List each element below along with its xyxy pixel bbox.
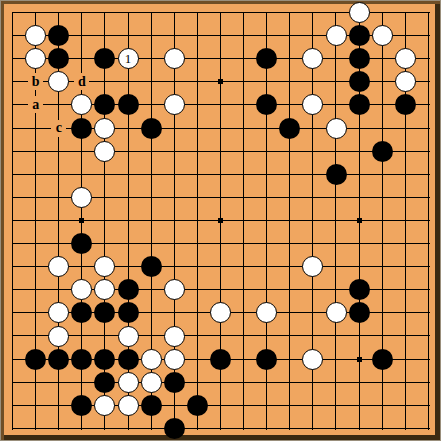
black-stone — [349, 71, 370, 92]
white-stone — [164, 48, 185, 69]
white-stone — [164, 349, 185, 370]
white-stone — [372, 25, 393, 46]
black-stone — [71, 302, 92, 323]
black-stone — [395, 94, 416, 115]
board-cells: 1bdac — [1, 1, 440, 440]
white-stone — [302, 48, 323, 69]
black-stone — [372, 349, 393, 370]
move-label-b: b — [28, 73, 43, 90]
black-stone — [256, 349, 277, 370]
black-stone — [141, 118, 162, 139]
black-stone — [372, 141, 393, 162]
black-stone — [349, 48, 370, 69]
white-stone — [210, 302, 231, 323]
black-stone — [349, 279, 370, 300]
star-point — [357, 357, 362, 362]
white-stone — [395, 48, 416, 69]
black-stone — [141, 256, 162, 277]
black-stone — [141, 395, 162, 416]
white-stone — [25, 25, 46, 46]
black-stone — [118, 302, 139, 323]
white-stone — [326, 25, 347, 46]
black-stone — [71, 395, 92, 416]
black-stone — [94, 372, 115, 393]
white-stone — [141, 349, 162, 370]
white-stone — [118, 395, 139, 416]
white-stone-numbered: 1 — [118, 48, 139, 69]
black-stone — [71, 118, 92, 139]
black-stone — [94, 94, 115, 115]
black-stone — [256, 94, 277, 115]
white-stone — [326, 302, 347, 323]
move-label-d: d — [74, 73, 89, 90]
black-stone — [94, 302, 115, 323]
white-stone — [141, 372, 162, 393]
black-stone — [48, 25, 69, 46]
black-stone — [118, 349, 139, 370]
move-label-a: a — [28, 96, 43, 113]
white-stone — [349, 2, 370, 23]
white-stone — [302, 94, 323, 115]
move-label-c: c — [51, 120, 66, 137]
white-stone — [302, 256, 323, 277]
white-stone — [94, 256, 115, 277]
black-stone — [256, 48, 277, 69]
white-stone — [48, 256, 69, 277]
black-stone — [94, 48, 115, 69]
white-stone — [71, 187, 92, 208]
black-stone — [25, 349, 46, 370]
black-stone — [349, 25, 370, 46]
black-stone — [210, 349, 231, 370]
black-stone — [279, 118, 300, 139]
white-stone — [94, 279, 115, 300]
white-stone — [395, 71, 416, 92]
white-stone — [94, 395, 115, 416]
go-board: 1bdac — [0, 0, 441, 441]
star-point — [357, 218, 362, 223]
white-stone — [48, 302, 69, 323]
black-stone — [48, 349, 69, 370]
white-stone — [48, 71, 69, 92]
black-stone — [164, 372, 185, 393]
star-point — [218, 79, 223, 84]
white-stone — [118, 326, 139, 347]
black-stone — [187, 395, 208, 416]
star-point — [79, 218, 84, 223]
white-stone — [164, 326, 185, 347]
white-stone — [94, 141, 115, 162]
white-stone — [256, 302, 277, 323]
black-stone — [48, 48, 69, 69]
star-point — [218, 218, 223, 223]
white-stone — [48, 326, 69, 347]
black-stone — [118, 279, 139, 300]
black-stone — [349, 302, 370, 323]
black-stone — [349, 94, 370, 115]
white-stone — [164, 94, 185, 115]
black-stone — [71, 233, 92, 254]
white-stone — [302, 349, 323, 370]
white-stone — [118, 372, 139, 393]
white-stone — [25, 48, 46, 69]
white-stone — [71, 94, 92, 115]
black-stone — [118, 94, 139, 115]
white-stone — [94, 118, 115, 139]
white-stone — [326, 118, 347, 139]
black-stone — [164, 418, 185, 439]
white-stone — [71, 279, 92, 300]
black-stone — [94, 349, 115, 370]
black-stone — [326, 164, 347, 185]
black-stone — [71, 349, 92, 370]
white-stone — [164, 279, 185, 300]
